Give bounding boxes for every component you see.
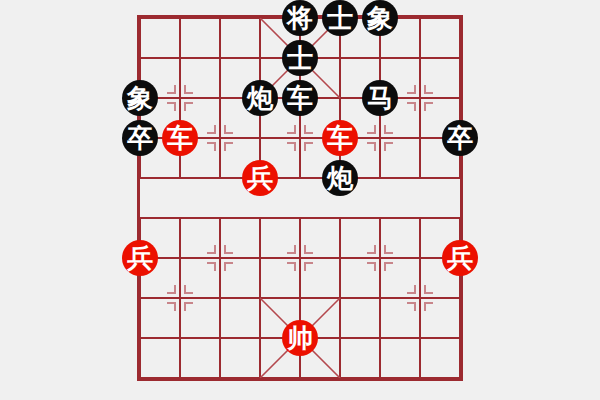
piece-red-chariot[interactable]: 车 [322, 120, 358, 156]
piece-black-advisor[interactable]: 士 [282, 40, 318, 76]
piece-black-horse[interactable]: 马 [362, 80, 398, 116]
piece-red-soldier[interactable]: 兵 [442, 240, 478, 276]
piece-black-cannon[interactable]: 炮 [242, 80, 278, 116]
piece-black-soldier[interactable]: 卒 [442, 120, 478, 156]
xiangqi-board: 将士象士象炮车马卒车车卒兵炮兵兵帅 [0, 0, 600, 400]
piece-red-general[interactable]: 帅 [282, 320, 318, 356]
piece-black-general[interactable]: 将 [282, 0, 318, 36]
piece-red-soldier[interactable]: 兵 [242, 160, 278, 196]
piece-black-chariot[interactable]: 车 [282, 80, 318, 116]
piece-black-advisor[interactable]: 士 [322, 0, 358, 36]
piece-black-elephant[interactable]: 象 [122, 80, 158, 116]
piece-layer[interactable]: 将士象士象炮车马卒车车卒兵炮兵兵帅 [120, 0, 480, 398]
piece-black-soldier[interactable]: 卒 [122, 120, 158, 156]
piece-black-cannon[interactable]: 炮 [322, 160, 358, 196]
piece-black-elephant[interactable]: 象 [362, 0, 398, 36]
piece-red-soldier[interactable]: 兵 [122, 240, 158, 276]
piece-red-chariot[interactable]: 车 [162, 120, 198, 156]
